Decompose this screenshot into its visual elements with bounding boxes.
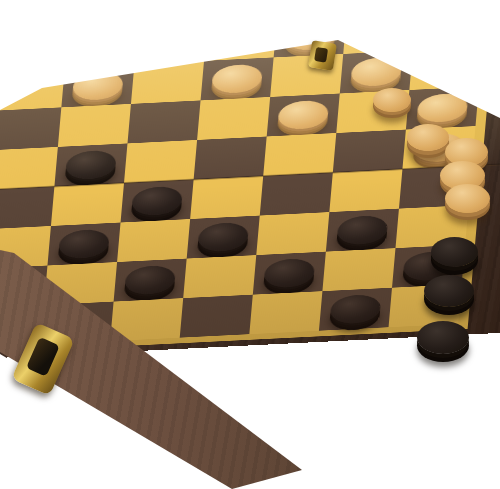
square-f3[interactable] <box>256 212 329 255</box>
lid-latch-icon[interactable] <box>308 40 337 71</box>
square-c6[interactable] <box>58 104 131 147</box>
square-d4[interactable] <box>121 179 194 222</box>
light-checker-e7[interactable] <box>211 64 263 95</box>
square-f4[interactable] <box>260 173 333 216</box>
square-e3[interactable] <box>187 216 260 259</box>
off-board-light-checker-1[interactable] <box>373 88 411 112</box>
square-d2[interactable] <box>114 259 187 302</box>
dark-checker-g3[interactable] <box>336 215 388 246</box>
square-f1[interactable] <box>249 291 322 334</box>
dark-checker-e3[interactable] <box>197 222 249 253</box>
dark-checker-c3[interactable] <box>58 229 110 260</box>
square-g2[interactable] <box>322 248 395 291</box>
square-e1[interactable] <box>180 295 253 338</box>
square-e5[interactable] <box>194 136 267 179</box>
off-board-light-checker-2[interactable] <box>407 124 449 151</box>
square-e6[interactable] <box>197 97 270 140</box>
square-f6[interactable] <box>267 93 340 136</box>
square-d5[interactable] <box>124 140 197 183</box>
checkers-box-photo <box>0 0 500 489</box>
square-b4[interactable] <box>0 186 54 229</box>
square-g1[interactable] <box>319 288 392 331</box>
dark-checker-d4[interactable] <box>131 186 183 217</box>
square-d3[interactable] <box>117 219 190 262</box>
square-c5[interactable] <box>54 143 127 186</box>
square-b5[interactable] <box>0 147 58 190</box>
square-f5[interactable] <box>263 133 336 176</box>
dark-checker-d2[interactable] <box>124 265 176 296</box>
square-d6[interactable] <box>127 100 200 143</box>
square-g5[interactable] <box>333 130 406 173</box>
square-g3[interactable] <box>326 209 399 252</box>
square-g4[interactable] <box>329 169 402 212</box>
dark-checker-f2[interactable] <box>263 258 315 289</box>
square-c4[interactable] <box>51 183 124 226</box>
dark-checker-c5[interactable] <box>65 150 117 181</box>
light-checker-f6[interactable] <box>277 100 329 131</box>
dark-checker-g1[interactable] <box>329 294 381 325</box>
square-b6[interactable] <box>0 107 61 150</box>
square-e2[interactable] <box>183 255 256 298</box>
square-e7[interactable] <box>201 57 274 100</box>
square-e4[interactable] <box>190 176 263 219</box>
off-board-dark-checker-1[interactable] <box>431 237 478 267</box>
off-board-dark-checker-3[interactable] <box>417 321 469 354</box>
off-board-light-checker-5[interactable] <box>445 184 490 213</box>
square-c3[interactable] <box>47 223 120 266</box>
off-board-dark-checker-2[interactable] <box>424 275 474 307</box>
square-f2[interactable] <box>253 252 326 295</box>
